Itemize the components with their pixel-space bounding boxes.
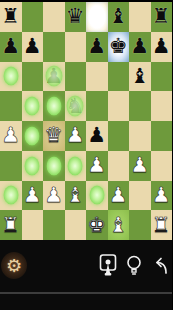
black-pawn[interactable]: ♟ <box>87 36 106 57</box>
square-e6[interactable] <box>86 62 108 92</box>
square-b5[interactable] <box>22 91 44 121</box>
capture-hint-glow[interactable] <box>67 95 84 116</box>
square-e1[interactable]: ♚ <box>86 210 108 240</box>
move-hint-dot[interactable] <box>3 186 18 205</box>
black-pawn[interactable]: ♟ <box>87 125 106 146</box>
square-a7[interactable]: ♟ <box>0 32 22 62</box>
square-b3[interactable] <box>22 151 44 181</box>
black-king[interactable]: ♚ <box>109 36 128 57</box>
square-f6[interactable] <box>108 62 130 92</box>
undo-button[interactable] <box>151 253 169 278</box>
square-h6[interactable] <box>151 62 173 92</box>
square-c2[interactable]: ♟ <box>43 181 65 211</box>
white-pawn[interactable]: ♟ <box>66 125 85 146</box>
square-f5[interactable] <box>108 91 130 121</box>
square-a3[interactable] <box>0 151 22 181</box>
square-d4[interactable]: ♟ <box>65 121 87 151</box>
square-d1[interactable] <box>65 210 87 240</box>
move-hint-dot[interactable] <box>46 97 61 116</box>
square-h4[interactable] <box>151 121 173 151</box>
square-f8[interactable]: ♝ <box>108 2 130 32</box>
square-c6[interactable]: ♟ <box>43 62 65 92</box>
square-e8[interactable] <box>86 2 108 32</box>
black-pawn[interactable]: ♟ <box>152 36 171 57</box>
move-hint-dot[interactable] <box>68 156 83 175</box>
square-c7[interactable] <box>43 32 65 62</box>
square-f7[interactable]: ♚ <box>108 32 130 62</box>
square-c8[interactable] <box>43 2 65 32</box>
white-rook[interactable]: ♜ <box>152 215 171 236</box>
square-h5[interactable] <box>151 91 173 121</box>
bottom-toolbar: ⚙ <box>0 240 172 310</box>
square-a8[interactable]: ♜ <box>0 2 22 32</box>
black-pawn[interactable]: ♟ <box>1 36 20 57</box>
black-bishop[interactable]: ♝ <box>130 66 149 87</box>
square-h2[interactable]: ♟ <box>151 181 173 211</box>
settings-button[interactable]: ⚙ <box>1 252 27 279</box>
move-hint-dot[interactable] <box>25 126 40 145</box>
square-g5[interactable] <box>129 91 151 121</box>
toolbar-divider <box>0 292 172 294</box>
chess-app-screen: ♜♛♝♜♟♟♟♚♟♟♟♝♞♟♛♟♟♟♟♟♟♝♟♟♜♚♝♜ ⚙ <box>0 0 172 310</box>
black-queen[interactable]: ♛ <box>66 6 85 27</box>
square-a5[interactable] <box>0 91 22 121</box>
square-a4[interactable]: ♟ <box>0 121 22 151</box>
white-king[interactable]: ♚ <box>87 215 106 236</box>
square-a6[interactable] <box>0 62 22 92</box>
white-rook[interactable]: ♜ <box>1 215 20 236</box>
square-d7[interactable] <box>65 32 87 62</box>
square-f4[interactable] <box>108 121 130 151</box>
move-hint-dot[interactable] <box>89 186 104 205</box>
hint-bulb-icon <box>125 253 143 278</box>
square-e5[interactable] <box>86 91 108 121</box>
square-a1[interactable]: ♜ <box>0 210 22 240</box>
square-h3[interactable] <box>151 151 173 181</box>
move-hint-dot[interactable] <box>25 156 40 175</box>
square-e4[interactable]: ♟ <box>86 121 108 151</box>
square-g6[interactable]: ♝ <box>129 62 151 92</box>
square-d5[interactable]: ♞ <box>65 91 87 121</box>
black-rook[interactable]: ♜ <box>152 6 171 27</box>
square-g7[interactable]: ♟ <box>129 32 151 62</box>
square-g3[interactable]: ♟ <box>129 151 151 181</box>
square-e3[interactable]: ♟ <box>86 151 108 181</box>
black-pawn[interactable]: ♟ <box>130 36 149 57</box>
square-a2[interactable] <box>0 181 22 211</box>
board-pawn-icon <box>99 253 117 278</box>
white-pawn[interactable]: ♟ <box>87 155 106 176</box>
capture-hint-glow[interactable] <box>45 65 62 86</box>
square-g2[interactable] <box>129 181 151 211</box>
square-b4[interactable] <box>22 121 44 151</box>
hint-button[interactable] <box>125 253 143 278</box>
white-queen[interactable]: ♛ <box>44 125 63 146</box>
square-e2[interactable] <box>86 181 108 211</box>
black-rook[interactable]: ♜ <box>1 6 20 27</box>
square-f1[interactable]: ♝ <box>108 210 130 240</box>
square-g4[interactable] <box>129 121 151 151</box>
toolbar-right-icons <box>99 252 169 278</box>
square-h7[interactable]: ♟ <box>151 32 173 62</box>
square-b6[interactable] <box>22 62 44 92</box>
square-g1[interactable] <box>129 210 151 240</box>
white-pawn[interactable]: ♟ <box>130 155 149 176</box>
square-h8[interactable]: ♜ <box>151 2 173 32</box>
move-hint-dot[interactable] <box>46 156 61 175</box>
white-pawn[interactable]: ♟ <box>1 125 20 146</box>
square-c4[interactable]: ♛ <box>43 121 65 151</box>
white-pawn[interactable]: ♟ <box>152 185 171 206</box>
square-b1[interactable] <box>22 210 44 240</box>
square-h1[interactable]: ♜ <box>151 210 173 240</box>
undo-arrow-icon <box>151 253 169 278</box>
white-pawn[interactable]: ♟ <box>23 185 42 206</box>
square-b8[interactable] <box>22 2 44 32</box>
square-f3[interactable] <box>108 151 130 181</box>
square-e7[interactable]: ♟ <box>86 32 108 62</box>
square-d6[interactable] <box>65 62 87 92</box>
move-hint-dot[interactable] <box>3 67 18 86</box>
square-b2[interactable]: ♟ <box>22 181 44 211</box>
white-bishop[interactable]: ♝ <box>66 185 85 206</box>
white-pawn[interactable]: ♟ <box>44 185 63 206</box>
square-b7[interactable]: ♟ <box>22 32 44 62</box>
settings-gear-icon: ⚙ <box>6 257 22 275</box>
move-hint-dot[interactable] <box>25 97 40 116</box>
square-d8[interactable]: ♛ <box>65 2 87 32</box>
black-bishop[interactable]: ♝ <box>109 6 128 27</box>
chess-board: ♜♛♝♜♟♟♟♚♟♟♟♝♞♟♛♟♟♟♟♟♟♝♟♟♜♚♝♜ <box>0 2 172 240</box>
board-pawn-button[interactable] <box>99 253 117 278</box>
square-d2[interactable]: ♝ <box>65 181 87 211</box>
black-pawn[interactable]: ♟ <box>23 36 42 57</box>
square-c5[interactable] <box>43 91 65 121</box>
square-c1[interactable] <box>43 210 65 240</box>
square-g8[interactable] <box>129 2 151 32</box>
square-d3[interactable] <box>65 151 87 181</box>
white-bishop[interactable]: ♝ <box>109 215 128 236</box>
square-f2[interactable]: ♟ <box>108 181 130 211</box>
white-pawn[interactable]: ♟ <box>109 185 128 206</box>
square-c3[interactable] <box>43 151 65 181</box>
